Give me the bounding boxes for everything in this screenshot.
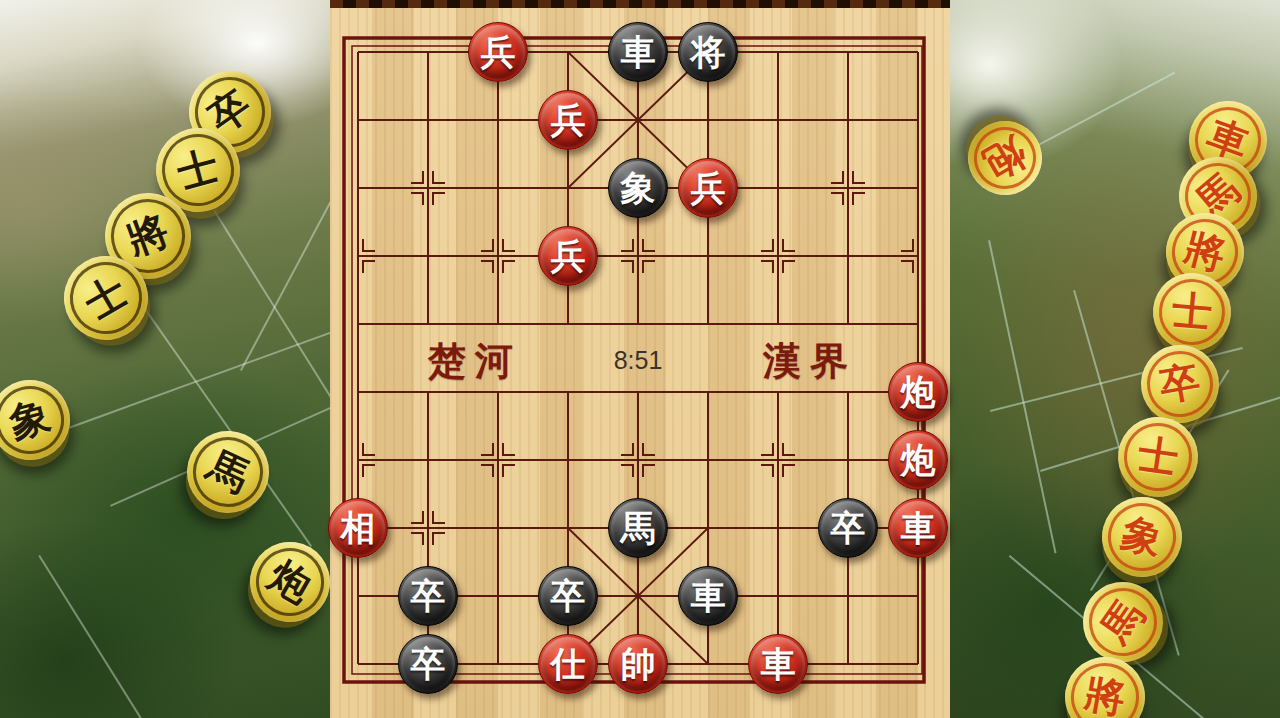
piece-red-soldier[interactable]: 兵 xyxy=(468,22,528,82)
piece-red-cannon[interactable]: 炮 xyxy=(888,430,948,490)
river-label-left: 楚河 xyxy=(428,336,522,387)
piece-glyph: 仕 xyxy=(551,647,586,682)
xiangqi-video-frame: 卒士將士象馬炮 炮車馬將士卒士象馬將 楚河 8:51 漢界 兵車将兵象兵兵炮炮相… xyxy=(0,0,1280,718)
bg-piece-glyph: 士 xyxy=(1135,434,1180,479)
piece-glyph: 兵 xyxy=(551,103,586,138)
bg-grid-line xyxy=(38,555,167,718)
piece-black-soldier[interactable]: 卒 xyxy=(538,566,598,626)
piece-black-elephant[interactable]: 象 xyxy=(608,158,668,218)
bg-piece-glyph: 馬 xyxy=(1095,594,1151,650)
bg-piece-glyph: 馬 xyxy=(201,445,254,498)
bg-piece-glyph: 士 xyxy=(174,146,223,195)
bg-piece-glyph: 士 xyxy=(1170,290,1213,333)
piece-glyph: 車 xyxy=(621,35,656,70)
piece-red-general[interactable]: 帥 xyxy=(608,634,668,694)
piece-glyph: 卒 xyxy=(411,579,446,614)
bg-piece-glyph: 象 xyxy=(6,396,55,445)
piece-glyph: 卒 xyxy=(411,647,446,682)
piece-black-chariot[interactable]: 車 xyxy=(608,22,668,82)
piece-glyph: 兵 xyxy=(551,239,586,274)
piece-red-chariot[interactable]: 車 xyxy=(888,498,948,558)
bg-gold-piece: 將 xyxy=(1059,651,1152,718)
bg-piece-glyph: 炮 xyxy=(263,555,318,610)
piece-glyph: 車 xyxy=(691,579,726,614)
piece-glyph: 兵 xyxy=(691,171,726,206)
piece-red-soldier[interactable]: 兵 xyxy=(678,158,738,218)
piece-glyph: 将 xyxy=(691,35,726,70)
piece-red-chariot[interactable]: 車 xyxy=(748,634,808,694)
piece-glyph: 帥 xyxy=(621,647,656,682)
piece-red-elephant[interactable]: 相 xyxy=(328,498,388,558)
background-right-photo: 炮車馬將士卒士象馬將 xyxy=(950,0,1280,718)
piece-black-horse[interactable]: 馬 xyxy=(608,498,668,558)
piece-glyph: 車 xyxy=(761,647,796,682)
bg-piece-glyph: 象 xyxy=(1118,513,1167,562)
piece-black-chariot[interactable]: 車 xyxy=(678,566,738,626)
piece-black-general[interactable]: 将 xyxy=(678,22,738,82)
piece-red-soldier[interactable]: 兵 xyxy=(538,226,598,286)
piece-glyph: 卒 xyxy=(831,511,866,546)
bg-gold-piece: 象 xyxy=(1093,488,1191,586)
piece-black-soldier[interactable]: 卒 xyxy=(818,498,878,558)
background-left-photo: 卒士將士象馬炮 xyxy=(0,0,330,718)
piece-glyph: 炮 xyxy=(901,375,936,410)
piece-glyph: 炮 xyxy=(901,443,936,478)
game-timer: 8:51 xyxy=(614,346,663,375)
bg-gold-piece: 炮 xyxy=(235,527,344,636)
bg-grid-line xyxy=(60,327,343,431)
bg-gold-piece: 馬 xyxy=(174,418,283,527)
river-label-right: 漢界 xyxy=(763,336,857,387)
piece-red-advisor[interactable]: 仕 xyxy=(538,634,598,694)
piece-glyph: 車 xyxy=(901,511,936,546)
bg-gold-piece: 象 xyxy=(0,371,79,469)
bg-piece-glyph: 炮 xyxy=(978,131,1033,186)
bg-piece-glyph: 將 xyxy=(122,210,173,261)
piece-red-cannon[interactable]: 炮 xyxy=(888,362,948,422)
bg-gold-piece: 卒 xyxy=(1135,339,1225,429)
bg-piece-glyph: 士 xyxy=(79,271,134,326)
piece-glyph: 象 xyxy=(621,171,656,206)
bg-piece-glyph: 將 xyxy=(1181,228,1230,277)
piece-black-soldier[interactable]: 卒 xyxy=(398,634,458,694)
piece-glyph: 卒 xyxy=(551,579,586,614)
bg-piece-glyph: 將 xyxy=(1082,674,1128,718)
piece-black-soldier[interactable]: 卒 xyxy=(398,566,458,626)
piece-red-soldier[interactable]: 兵 xyxy=(538,90,598,150)
bg-gold-piece: 炮 xyxy=(954,107,1055,208)
bg-piece-glyph: 卒 xyxy=(1157,361,1203,407)
piece-glyph: 兵 xyxy=(481,35,516,70)
piece-glyph: 相 xyxy=(341,511,376,546)
piece-glyph: 馬 xyxy=(621,511,656,546)
